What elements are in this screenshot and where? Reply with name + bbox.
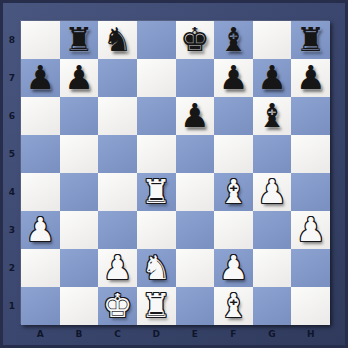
square-g4[interactable]: ♟	[253, 173, 292, 211]
rank-label-1: 1	[3, 287, 21, 325]
square-g7[interactable]: ♟	[253, 59, 292, 97]
square-d1[interactable]: ♜	[137, 287, 176, 325]
square-c5[interactable]	[98, 135, 137, 173]
file-label-f: F	[214, 325, 253, 343]
rank-label-4: 4	[3, 173, 21, 211]
square-b2[interactable]	[60, 249, 99, 287]
white-pawn-c2[interactable]: ♟	[103, 249, 133, 287]
white-pawn-h3[interactable]: ♟	[296, 211, 326, 249]
rank-labels: 87654321	[3, 21, 21, 325]
square-d5[interactable]	[137, 135, 176, 173]
white-bishop-f4[interactable]: ♝	[219, 173, 249, 211]
black-knight-c8[interactable]: ♞	[103, 21, 133, 59]
square-c7[interactable]	[98, 59, 137, 97]
square-g3[interactable]	[253, 211, 292, 249]
black-pawn-b7[interactable]: ♟	[64, 59, 94, 97]
square-e6[interactable]: ♟	[176, 97, 215, 135]
square-h5[interactable]	[291, 135, 330, 173]
square-a7[interactable]: ♟	[21, 59, 60, 97]
rank-label-3: 3	[3, 211, 21, 249]
square-b6[interactable]	[60, 97, 99, 135]
rank-label-7: 7	[3, 59, 21, 97]
square-f2[interactable]: ♟	[214, 249, 253, 287]
square-c8[interactable]: ♞	[98, 21, 137, 59]
black-pawn-e6[interactable]: ♟	[180, 97, 210, 135]
black-bishop-g6[interactable]: ♝	[257, 97, 287, 135]
white-pawn-a3[interactable]: ♟	[26, 211, 56, 249]
square-d8[interactable]	[137, 21, 176, 59]
square-b7[interactable]: ♟	[60, 59, 99, 97]
square-e7[interactable]	[176, 59, 215, 97]
square-b4[interactable]	[60, 173, 99, 211]
white-king-c1[interactable]: ♚	[103, 287, 133, 325]
square-h6[interactable]	[291, 97, 330, 135]
square-b1[interactable]	[60, 287, 99, 325]
square-f4[interactable]: ♝	[214, 173, 253, 211]
rank-label-6: 6	[3, 97, 21, 135]
black-pawn-a7[interactable]: ♟	[26, 59, 56, 97]
square-g1[interactable]	[253, 287, 292, 325]
square-d2[interactable]: ♞	[137, 249, 176, 287]
square-a5[interactable]	[21, 135, 60, 173]
rank-label-2: 2	[3, 249, 21, 287]
square-e4[interactable]	[176, 173, 215, 211]
square-e2[interactable]	[176, 249, 215, 287]
square-a2[interactable]	[21, 249, 60, 287]
square-d3[interactable]	[137, 211, 176, 249]
rank-label-5: 5	[3, 135, 21, 173]
chess-board-frame: 87654321 ABCDEFGH ♜♞♚♝♜♟♟♟♟♟♟♝♜♝♟♟♟♟♞♟♚♜…	[0, 0, 348, 348]
board: ♜♞♚♝♜♟♟♟♟♟♟♝♜♝♟♟♟♟♞♟♚♜♝	[21, 21, 330, 325]
white-pawn-g4[interactable]: ♟	[257, 173, 287, 211]
white-rook-d4[interactable]: ♜	[141, 173, 171, 211]
square-f8[interactable]: ♝	[214, 21, 253, 59]
square-c3[interactable]	[98, 211, 137, 249]
file-label-b: B	[60, 325, 99, 343]
square-a6[interactable]	[21, 97, 60, 135]
square-e8[interactable]: ♚	[176, 21, 215, 59]
file-label-a: A	[21, 325, 60, 343]
white-bishop-f1[interactable]: ♝	[219, 287, 249, 325]
square-h1[interactable]	[291, 287, 330, 325]
square-a3[interactable]: ♟	[21, 211, 60, 249]
black-bishop-f8[interactable]: ♝	[219, 21, 249, 59]
square-f7[interactable]: ♟	[214, 59, 253, 97]
square-f6[interactable]	[214, 97, 253, 135]
square-e3[interactable]	[176, 211, 215, 249]
square-d4[interactable]: ♜	[137, 173, 176, 211]
square-b3[interactable]	[60, 211, 99, 249]
black-pawn-h7[interactable]: ♟	[296, 59, 326, 97]
square-e5[interactable]	[176, 135, 215, 173]
black-pawn-f7[interactable]: ♟	[219, 59, 249, 97]
black-rook-h8[interactable]: ♜	[296, 21, 326, 59]
black-rook-b8[interactable]: ♜	[64, 21, 94, 59]
square-h8[interactable]: ♜	[291, 21, 330, 59]
file-label-e: E	[176, 325, 215, 343]
square-h3[interactable]: ♟	[291, 211, 330, 249]
square-g2[interactable]	[253, 249, 292, 287]
file-label-c: C	[98, 325, 137, 343]
square-b8[interactable]: ♜	[60, 21, 99, 59]
square-a8[interactable]	[21, 21, 60, 59]
file-label-g: G	[253, 325, 292, 343]
black-pawn-g7[interactable]: ♟	[257, 59, 287, 97]
square-e1[interactable]	[176, 287, 215, 325]
square-h7[interactable]: ♟	[291, 59, 330, 97]
square-f5[interactable]	[214, 135, 253, 173]
square-g6[interactable]: ♝	[253, 97, 292, 135]
square-g5[interactable]	[253, 135, 292, 173]
file-label-h: H	[291, 325, 330, 343]
square-c4[interactable]	[98, 173, 137, 211]
square-f1[interactable]: ♝	[214, 287, 253, 325]
black-king-e8[interactable]: ♚	[180, 21, 210, 59]
square-f3[interactable]	[214, 211, 253, 249]
square-d6[interactable]	[137, 97, 176, 135]
square-h4[interactable]	[291, 173, 330, 211]
file-labels: ABCDEFGH	[21, 325, 330, 343]
square-a4[interactable]	[21, 173, 60, 211]
square-c1[interactable]: ♚	[98, 287, 137, 325]
square-c6[interactable]	[98, 97, 137, 135]
square-d7[interactable]	[137, 59, 176, 97]
white-rook-d1[interactable]: ♜	[141, 287, 171, 325]
square-b5[interactable]	[60, 135, 99, 173]
file-label-d: D	[137, 325, 176, 343]
white-knight-d2[interactable]: ♞	[141, 249, 171, 287]
square-g8[interactable]	[253, 21, 292, 59]
square-a1[interactable]	[21, 287, 60, 325]
rank-label-8: 8	[3, 21, 21, 59]
square-c2[interactable]: ♟	[98, 249, 137, 287]
white-pawn-f2[interactable]: ♟	[219, 249, 249, 287]
square-h2[interactable]	[291, 249, 330, 287]
